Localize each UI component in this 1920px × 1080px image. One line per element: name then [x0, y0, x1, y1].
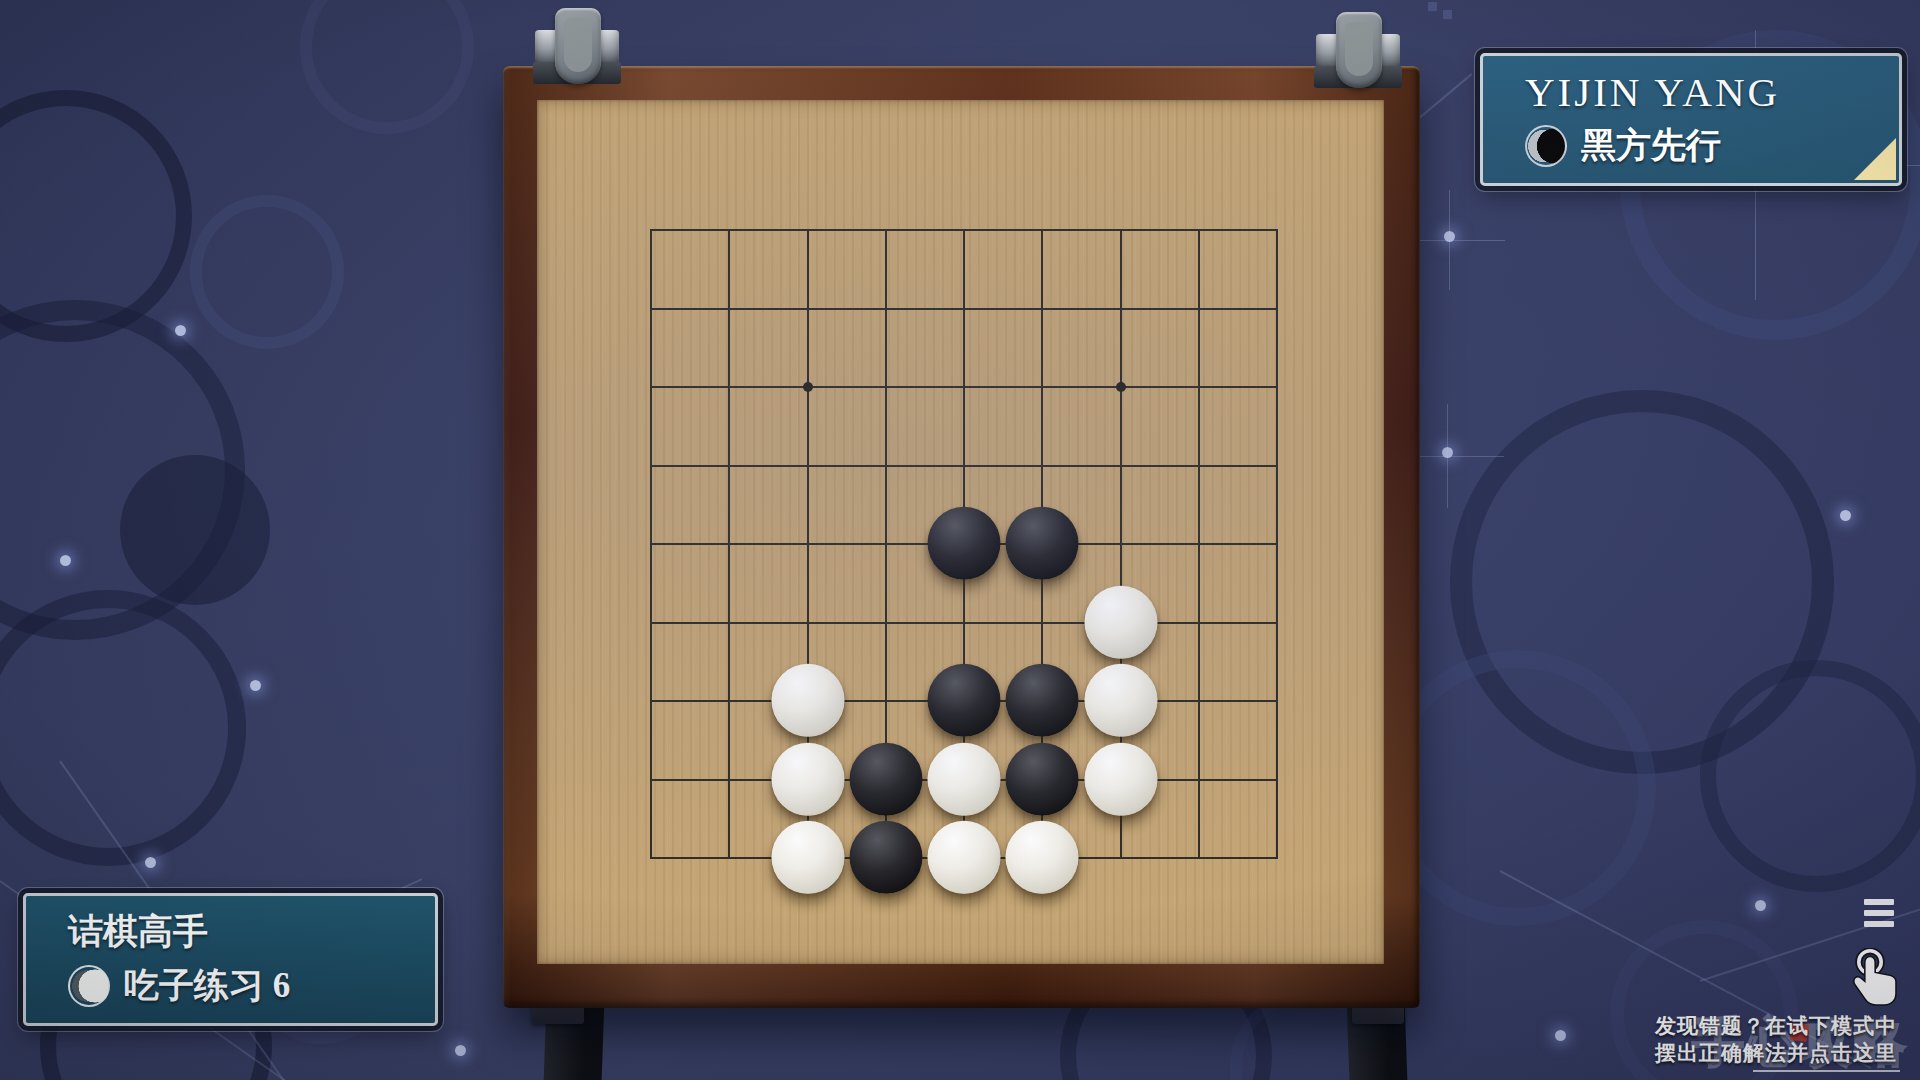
star-point — [803, 382, 813, 392]
bg-ring — [1380, 650, 1656, 926]
report-error-link[interactable]: 发现错题？在试下模式中 摆出正确解法并点击这里 — [1655, 1012, 1897, 1066]
hamburger-icon — [1864, 899, 1894, 905]
hint-line-2: 摆出正确解法并点击这里 — [1655, 1039, 1897, 1066]
hand-cursor-icon — [1848, 948, 1904, 1014]
bg-glow-dot — [60, 555, 71, 566]
star-point — [1116, 382, 1126, 392]
hint-line-1: 发现错题？在试下模式中 — [1655, 1012, 1897, 1039]
black-stone — [1006, 507, 1079, 580]
bg-glow-dot — [145, 857, 156, 868]
black-stone — [1006, 742, 1079, 815]
bg-glow-dot — [1444, 231, 1455, 242]
grid-line-horizontal — [650, 622, 1278, 624]
white-stone — [928, 821, 1001, 894]
menu-button[interactable] — [1864, 899, 1894, 927]
black-stone — [1006, 664, 1079, 737]
white-stone — [771, 742, 844, 815]
bg-square — [1428, 2, 1437, 11]
go-board[interactable] — [650, 229, 1278, 859]
bg-glow-dot — [250, 680, 261, 691]
black-stone — [928, 507, 1001, 580]
bg-glow-dot — [1442, 447, 1453, 458]
white-stone — [928, 742, 1001, 815]
hamburger-icon — [1864, 910, 1894, 916]
go-board-paper — [537, 100, 1384, 964]
bg-ring — [0, 90, 192, 342]
black-stone — [849, 821, 922, 894]
app-background: YIJIN YANG 黑方先行 诘棋高手 吃子练习 6 手心攻略 发现错题？在试… — [0, 0, 1920, 1080]
bg-ring — [190, 195, 344, 349]
white-stone — [771, 821, 844, 894]
bg-ring — [1700, 660, 1920, 892]
black-stone — [928, 664, 1001, 737]
white-stone — [1084, 742, 1157, 815]
bg-glow-dot — [1840, 510, 1851, 521]
bg-ring — [0, 590, 246, 866]
white-stone — [1084, 664, 1157, 737]
player-name: YIJIN YANG — [1525, 68, 1780, 116]
bg-glow-dot — [455, 1045, 466, 1056]
bg-ring — [300, 0, 474, 134]
hint-underline — [1753, 1070, 1900, 1072]
player-turn-label: 黑方先行 — [1581, 122, 1721, 169]
puzzle-subtitle: 吃子练习 6 — [124, 962, 290, 1009]
bg-disc — [120, 455, 270, 605]
clamp-icon — [527, 4, 627, 88]
grid-line-vertical — [1276, 229, 1278, 859]
white-stone — [1006, 821, 1079, 894]
white-stone — [1084, 585, 1157, 658]
black-stone-icon — [1525, 125, 1567, 167]
corner-triangle-icon — [1854, 138, 1896, 180]
bg-square — [1443, 10, 1452, 19]
puzzle-panel: 诘棋高手 吃子练习 6 — [23, 893, 438, 1026]
black-stone — [849, 742, 922, 815]
player-panel: YIJIN YANG 黑方先行 — [1480, 53, 1902, 186]
puzzle-title: 诘棋高手 — [68, 908, 208, 955]
white-stone-icon — [68, 965, 110, 1007]
bg-glow-dot — [1755, 900, 1766, 911]
bg-ring — [1450, 390, 1834, 774]
go-board-frame — [503, 66, 1420, 1008]
bg-glow-dot — [1555, 1030, 1566, 1041]
bg-ring — [0, 300, 245, 640]
clamp-icon — [1308, 8, 1408, 92]
bg-glow-dot — [175, 325, 186, 336]
grid-line-vertical — [1198, 229, 1200, 859]
white-stone — [771, 664, 844, 737]
hamburger-icon — [1864, 921, 1894, 927]
